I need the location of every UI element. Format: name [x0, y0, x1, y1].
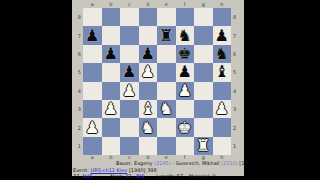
rank-label-5: 5: [78, 63, 81, 81]
rank-label-4: 4: [78, 82, 81, 100]
square-d6: ♟: [139, 45, 158, 63]
length-label: Length:: [156, 173, 175, 179]
white-pawn: ♟: [85, 118, 99, 136]
square-a1: [83, 137, 102, 155]
length-value: 57: [177, 173, 183, 179]
square-c1: [120, 137, 139, 155]
square-c4: ♟: [120, 82, 139, 100]
square-f7: ♞: [176, 26, 195, 44]
rank-label-4: 4: [233, 82, 236, 100]
square-h5: ♝: [213, 63, 232, 81]
rank-label-2: 2: [78, 118, 81, 136]
square-h4: [213, 82, 232, 100]
black-king: ♚: [178, 44, 192, 62]
event-label: Event:: [73, 167, 89, 173]
rank-label-5: 5: [233, 63, 236, 81]
white-pawn: ♟: [215, 100, 229, 118]
square-f8: [176, 8, 195, 26]
square-e6: [157, 45, 176, 63]
square-c8: [120, 8, 139, 26]
move-played: Nd5: [83, 173, 93, 179]
black-player-name: Gusevich, Mikhail: [176, 160, 220, 166]
file-label-e: e: [157, 2, 176, 7]
square-h2: [213, 118, 232, 136]
square-f2: ♚: [176, 118, 195, 136]
square-f5: ♟: [176, 63, 195, 81]
square-g3: [194, 100, 213, 118]
square-f4: ♟: [176, 82, 195, 100]
square-g2: [194, 118, 213, 136]
square-d3: ♝: [139, 100, 158, 118]
white-player-name: Bauer, Evgeny: [116, 160, 152, 166]
rank-label-3: 3: [233, 100, 236, 118]
next-move-group: Next: 37...Bf8: [110, 173, 144, 179]
white-pawn: ♟: [141, 63, 155, 81]
length-group: Length: 57: [156, 173, 183, 179]
white-pawn: ♟: [104, 100, 118, 118]
file-label-f: f: [176, 2, 195, 7]
square-b8: [102, 8, 121, 26]
square-e2: [157, 118, 176, 136]
square-h8: [213, 8, 232, 26]
next-move: 37...Bf8: [125, 173, 145, 179]
square-c3: [120, 100, 139, 118]
square-f6: ♚: [176, 45, 195, 63]
game-info-panel: Bauer, Evgeny (2245) - Gusevich, Mikhail…: [72, 161, 244, 179]
square-d7: [139, 26, 158, 44]
rank-labels-left: 87654321: [72, 8, 83, 155]
white-pawn: ♟: [178, 81, 192, 99]
rank-labels-right: 87654321: [231, 8, 244, 155]
black-pawn: ♟: [122, 63, 136, 81]
black-pawn: ♟: [215, 26, 229, 44]
white-king: ♚: [178, 118, 192, 136]
rank-label-6: 6: [233, 45, 236, 63]
square-d4: [139, 82, 158, 100]
square-f3: [176, 100, 195, 118]
right-black-bar: [244, 0, 320, 180]
rank-label-7: 7: [78, 26, 81, 44]
file-label-a: a: [83, 2, 102, 7]
black-pawn: ♟: [178, 63, 192, 81]
board-area: 87654321 ♟♜♞♟♟♟♚♞♟♟♟♝♟♟♟♝♞♟♟♞♚♜ 87654321: [72, 8, 244, 155]
square-h6: ♞: [213, 45, 232, 63]
white-knight: ♞: [141, 118, 155, 136]
square-c5: ♟: [120, 63, 139, 81]
move-number: 37.: [73, 173, 81, 179]
material-value: 0: [212, 173, 215, 179]
square-g5: [194, 63, 213, 81]
black-pawn: ♟: [141, 44, 155, 62]
file-labels-top: abcdefgh: [72, 0, 244, 8]
white-pawn: ♟: [122, 81, 136, 99]
event-name-link: URS-ch11 Kiev: [91, 167, 128, 173]
black-player-rating: (2310): [221, 160, 238, 166]
square-g8: [194, 8, 213, 26]
square-d5: ♟: [139, 63, 158, 81]
black-pawn: ♟: [85, 26, 99, 44]
square-g6: [194, 45, 213, 63]
file-label-c: c: [120, 2, 139, 7]
move-status-line: 37. Nd5 Next: 37...Bf8 Length: 57 Materi…: [73, 174, 244, 179]
rank-label-7: 7: [233, 26, 236, 44]
rank-label-6: 6: [78, 45, 81, 63]
square-c6: [120, 45, 139, 63]
rank-label-2: 2: [233, 118, 236, 136]
rank-label-1: 1: [233, 137, 236, 155]
square-g1: ♜: [194, 137, 213, 155]
event-year: [1940]: [129, 167, 146, 173]
square-b1: [102, 137, 121, 155]
square-a7: ♟: [83, 26, 102, 44]
square-b5: [102, 63, 121, 81]
square-e4: [157, 82, 176, 100]
square-c2: [120, 118, 139, 136]
white-rook: ♜: [196, 136, 210, 154]
white-bishop: ♝: [141, 100, 155, 118]
left-black-bar: [0, 0, 72, 180]
material-label: Material:: [189, 173, 211, 179]
video-frame: abcdefgh 87654321 ♟♜♞♟♟♟♚♞♟♟♟♝♟♟♟♝♞♟♟♞♚♜…: [0, 0, 320, 180]
file-label-b: b: [102, 2, 121, 7]
square-c7: [120, 26, 139, 44]
next-label: Next:: [110, 173, 123, 179]
square-a6: [83, 45, 102, 63]
square-g4: [194, 82, 213, 100]
white-knight: ♞: [159, 100, 173, 118]
black-rook: ♜: [159, 26, 173, 44]
file-label-d: d: [139, 2, 158, 7]
square-b7: [102, 26, 121, 44]
square-e5: [157, 63, 176, 81]
rank-label-3: 3: [78, 100, 81, 118]
square-h1: [213, 137, 232, 155]
square-h3: ♟: [213, 100, 232, 118]
event-line: Event: URS-ch11 Kiev [1940] 398: [73, 168, 244, 173]
square-a3: [83, 100, 102, 118]
square-f1: [176, 137, 195, 155]
file-label-a: a: [83, 155, 102, 160]
square-a4: [83, 82, 102, 100]
white-player-rating: (2245): [154, 160, 171, 166]
square-b2: [102, 118, 121, 136]
black-pawn: ♟: [104, 44, 118, 62]
square-d8: [139, 8, 158, 26]
square-g7: [194, 26, 213, 44]
square-b6: ♟: [102, 45, 121, 63]
square-e7: ♜: [157, 26, 176, 44]
file-label-h: h: [213, 2, 232, 7]
move-group: 37. Nd5: [73, 173, 93, 179]
chess-board: ♟♜♞♟♟♟♚♞♟♟♟♝♟♟♟♝♞♟♟♞♚♜: [83, 8, 231, 155]
square-e8: [157, 8, 176, 26]
black-knight: ♞: [178, 26, 192, 44]
square-e1: [157, 137, 176, 155]
chess-diagram-panel: abcdefgh 87654321 ♟♜♞♟♟♟♚♞♟♟♟♝♟♟♟♝♞♟♟♞♚♜…: [72, 0, 244, 176]
square-h7: ♟: [213, 26, 232, 44]
square-a5: [83, 63, 102, 81]
square-d2: ♞: [139, 118, 158, 136]
game-title-line: Bauer, Evgeny (2245) - Gusevich, Mikhail…: [116, 161, 244, 166]
square-d1: [139, 137, 158, 155]
square-e3: ♞: [157, 100, 176, 118]
rank-label-8: 8: [78, 8, 81, 26]
square-a2: ♟: [83, 118, 102, 136]
square-a8: [83, 8, 102, 26]
black-bishop: ♝: [215, 63, 229, 81]
square-b3: ♟: [102, 100, 121, 118]
players-separator: -: [172, 160, 174, 166]
file-label-g: g: [194, 2, 213, 7]
rank-label-8: 8: [233, 8, 236, 26]
event-number: 398: [147, 167, 157, 173]
black-knight: ♞: [215, 44, 229, 62]
rank-label-1: 1: [78, 137, 81, 155]
square-b4: [102, 82, 121, 100]
material-group: Material: 0: [189, 173, 216, 179]
